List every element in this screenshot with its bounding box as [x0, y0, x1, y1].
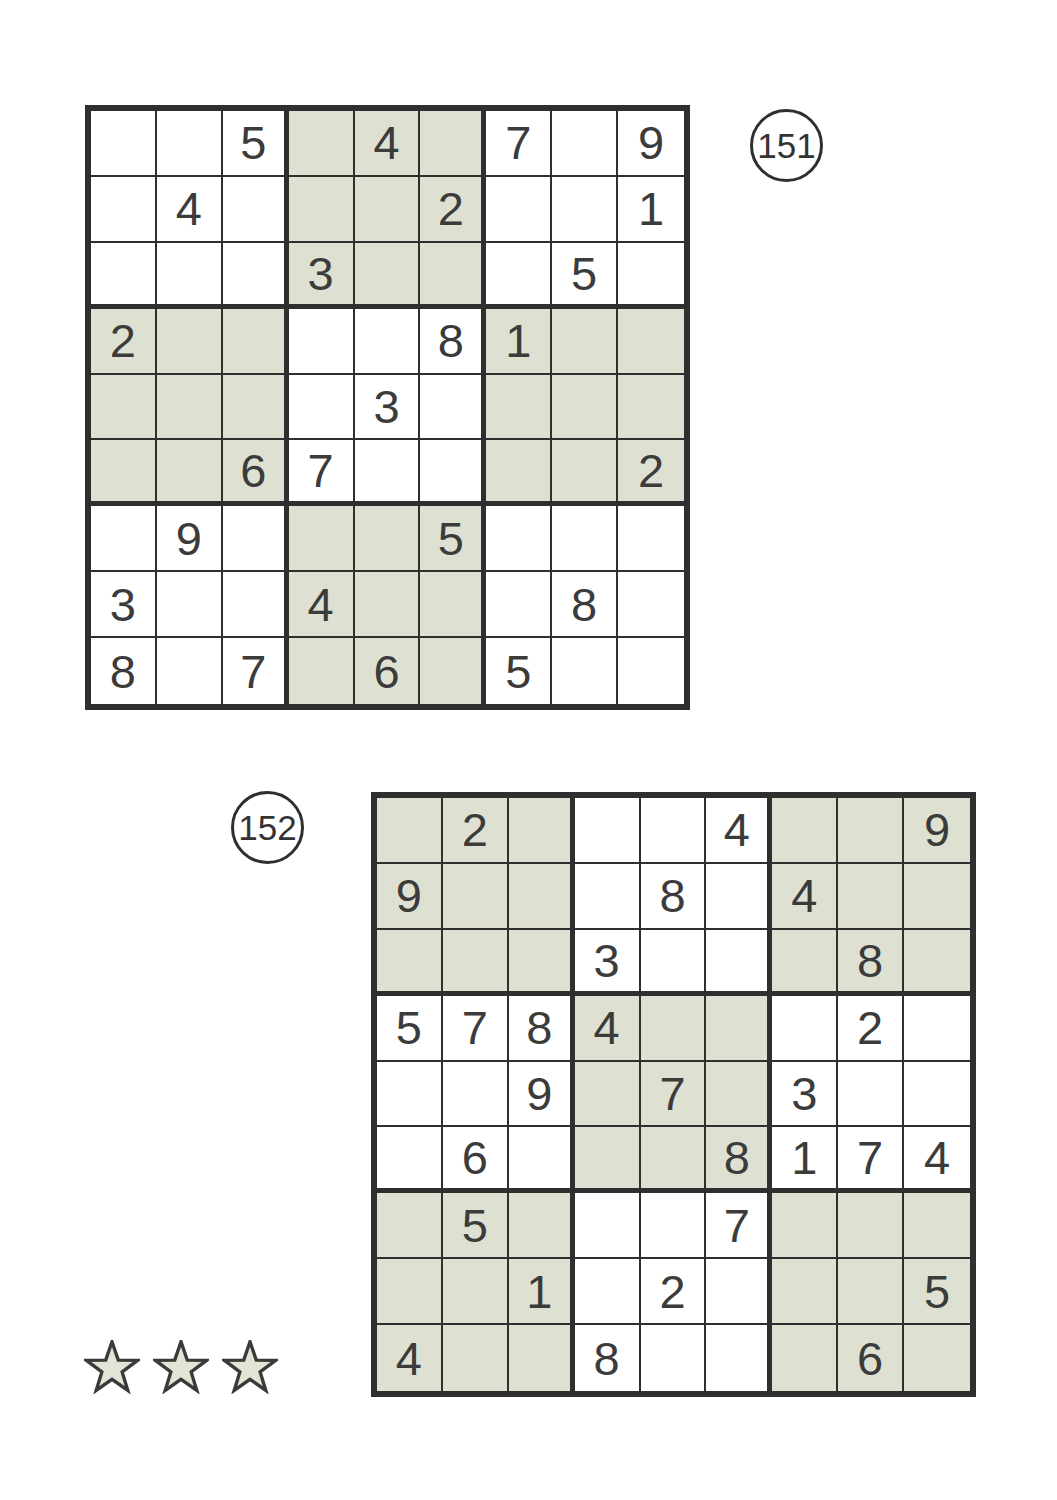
puzzle-151-cell-r8c9[interactable]	[618, 572, 684, 638]
puzzle-152-cell-r4c3: 8	[509, 996, 575, 1062]
puzzle-152-cell-r7c2: 5	[443, 1193, 509, 1259]
puzzle-152-cell-r6c9: 4	[904, 1127, 970, 1193]
puzzle-152-cell-r8c4[interactable]	[575, 1259, 641, 1325]
puzzle-151-cell-r7c6: 5	[420, 506, 486, 572]
puzzle-152-cell-r2c3[interactable]	[509, 864, 575, 930]
puzzle-152-cell-r9c2[interactable]	[443, 1325, 509, 1391]
puzzle-151-cell-r3c3[interactable]	[223, 243, 289, 309]
puzzle-number-badge-151: 151	[750, 109, 823, 182]
puzzle-152-cell-r9c1: 4	[377, 1325, 443, 1391]
puzzle-151-cell-r3c2[interactable]	[157, 243, 223, 309]
puzzle-152-cell-r5c7: 3	[772, 1062, 838, 1128]
puzzle-151-cell-r9c3: 7	[223, 638, 289, 704]
puzzle-152-cell-r8c9: 5	[904, 1259, 970, 1325]
puzzle-151-cell-r5c8[interactable]	[552, 375, 618, 441]
puzzle-151-cell-r8c8: 8	[552, 572, 618, 638]
puzzle-152-cell-r5c4[interactable]	[575, 1062, 641, 1128]
puzzle-151-cell-r5c3[interactable]	[223, 375, 289, 441]
puzzle-151-cell-r7c3[interactable]	[223, 506, 289, 572]
puzzle-number-152: 152	[238, 808, 296, 848]
puzzle-152-cell-r8c2[interactable]	[443, 1259, 509, 1325]
puzzle-151-cell-r3c1[interactable]	[91, 243, 157, 309]
puzzle-152-cell-r3c2[interactable]	[443, 930, 509, 996]
puzzle-151-cell-r9c6[interactable]	[420, 638, 486, 704]
puzzle-151-cell-r5c9[interactable]	[618, 375, 684, 441]
puzzle-151-cell-r5c4[interactable]	[289, 375, 355, 441]
puzzle-152-cell-r9c9[interactable]	[904, 1325, 970, 1391]
puzzle-152-cell-r7c3[interactable]	[509, 1193, 575, 1259]
puzzle-151-cell-r8c7[interactable]	[486, 572, 552, 638]
puzzle-151-cell-r5c7[interactable]	[486, 375, 552, 441]
puzzle-151-cell-r2c6: 2	[420, 177, 486, 243]
puzzle-152-cell-r3c7[interactable]	[772, 930, 838, 996]
puzzle-152-cell-r9c4: 8	[575, 1325, 641, 1391]
puzzle-151-cell-r1c6[interactable]	[420, 111, 486, 177]
puzzle-152-cell-r2c5: 8	[641, 864, 707, 930]
puzzle-152-cell-r6c3[interactable]	[509, 1127, 575, 1193]
puzzle-151-cell-r3c5[interactable]	[355, 243, 421, 309]
puzzle-152-cell-r7c5[interactable]	[641, 1193, 707, 1259]
puzzle-151-cell-r8c5[interactable]	[355, 572, 421, 638]
puzzle-151-cell-r4c6: 8	[420, 309, 486, 375]
puzzle-151-cell-r2c9: 1	[618, 177, 684, 243]
puzzle-152-cell-r1c7[interactable]	[772, 798, 838, 864]
puzzle-151-cell-r6c8[interactable]	[552, 440, 618, 506]
puzzle-152-cell-r4c1: 5	[377, 996, 443, 1062]
puzzle-152-cell-r4c7[interactable]	[772, 996, 838, 1062]
puzzle-152-cell-r1c3[interactable]	[509, 798, 575, 864]
puzzle-152-cell-r6c2: 6	[443, 1127, 509, 1193]
puzzle-151-cell-r2c1[interactable]	[91, 177, 157, 243]
star-icon	[222, 1340, 278, 1394]
puzzle-152-cell-r1c5[interactable]	[641, 798, 707, 864]
puzzle-151-cell-r8c1: 3	[91, 572, 157, 638]
puzzle-151-cell-r4c2[interactable]	[157, 309, 223, 375]
puzzle-152-cell-r6c8: 7	[838, 1127, 904, 1193]
puzzle-152-cell-r7c7[interactable]	[772, 1193, 838, 1259]
puzzle-151-cell-r1c7: 7	[486, 111, 552, 177]
puzzle-152-cell-r9c5[interactable]	[641, 1325, 707, 1391]
puzzle-151-cell-r7c8[interactable]	[552, 506, 618, 572]
puzzle-152-cell-r6c6: 8	[706, 1127, 772, 1193]
puzzle-152-cell-r8c1[interactable]	[377, 1259, 443, 1325]
puzzle-151-cell-r8c3[interactable]	[223, 572, 289, 638]
star-icon	[153, 1340, 209, 1394]
puzzle-151-cell-r5c2[interactable]	[157, 375, 223, 441]
puzzle-152-cell-r1c6: 4	[706, 798, 772, 864]
puzzle-151-cell-r4c1: 2	[91, 309, 157, 375]
puzzle-151-cell-r9c1: 8	[91, 638, 157, 704]
puzzle-151-cell-r6c4: 7	[289, 440, 355, 506]
puzzle-151-cell-r6c6[interactable]	[420, 440, 486, 506]
puzzle-152-cell-r7c8[interactable]	[838, 1193, 904, 1259]
sudoku-board-152: 24998438578429736817457125486	[371, 792, 976, 1397]
puzzle-151-cell-r4c4[interactable]	[289, 309, 355, 375]
puzzle-151-cell-r2c4[interactable]	[289, 177, 355, 243]
puzzle-152-cell-r8c3: 1	[509, 1259, 575, 1325]
puzzle-151-cell-r6c3: 6	[223, 440, 289, 506]
puzzle-152-cell-r9c8: 6	[838, 1325, 904, 1391]
puzzle-151-cell-r4c8[interactable]	[552, 309, 618, 375]
puzzle-152-cell-r2c7: 4	[772, 864, 838, 930]
puzzle-152-cell-r6c4[interactable]	[575, 1127, 641, 1193]
puzzle-152-cell-r4c2: 7	[443, 996, 509, 1062]
puzzle-152-cell-r3c1[interactable]	[377, 930, 443, 996]
puzzle-151-cell-r6c1[interactable]	[91, 440, 157, 506]
puzzle-152-cell-r2c9[interactable]	[904, 864, 970, 930]
puzzle-152-cell-r4c9[interactable]	[904, 996, 970, 1062]
puzzle-152-cell-r8c5: 2	[641, 1259, 707, 1325]
puzzle-151-cell-r1c2[interactable]	[157, 111, 223, 177]
puzzle-152-cell-r1c8[interactable]	[838, 798, 904, 864]
puzzle-152-cell-r3c3[interactable]	[509, 930, 575, 996]
star-icon	[84, 1340, 140, 1394]
puzzle-152-cell-r8c6[interactable]	[706, 1259, 772, 1325]
puzzle-151-cell-r8c6[interactable]	[420, 572, 486, 638]
puzzle-152-cell-r3c4: 3	[575, 930, 641, 996]
puzzle-151-cell-r2c5[interactable]	[355, 177, 421, 243]
puzzle-151-cell-r9c9[interactable]	[618, 638, 684, 704]
puzzle-152-cell-r6c5[interactable]	[641, 1127, 707, 1193]
puzzle-151-cell-r3c8: 5	[552, 243, 618, 309]
puzzle-152-cell-r5c2[interactable]	[443, 1062, 509, 1128]
puzzle-151-cell-r2c3[interactable]	[223, 177, 289, 243]
puzzle-151-cell-r9c5: 6	[355, 638, 421, 704]
puzzle-151-cell-r5c5: 3	[355, 375, 421, 441]
puzzle-152-cell-r2c1: 9	[377, 864, 443, 930]
puzzle-152-cell-r3c8: 8	[838, 930, 904, 996]
puzzle-151-cell-r7c4[interactable]	[289, 506, 355, 572]
puzzle-152-cell-r7c4[interactable]	[575, 1193, 641, 1259]
puzzle-151-cell-r3c6[interactable]	[420, 243, 486, 309]
puzzle-152-cell-r5c9[interactable]	[904, 1062, 970, 1128]
puzzle-151-cell-r4c9[interactable]	[618, 309, 684, 375]
puzzle-number-151: 151	[757, 126, 815, 166]
puzzle-151-cell-r5c6[interactable]	[420, 375, 486, 441]
puzzle-152-cell-r2c8[interactable]	[838, 864, 904, 930]
puzzle-151-cell-r1c9: 9	[618, 111, 684, 177]
puzzle-151-cell-r8c4: 4	[289, 572, 355, 638]
puzzle-152-cell-r7c1[interactable]	[377, 1193, 443, 1259]
puzzle-151-cell-r2c2: 4	[157, 177, 223, 243]
puzzle-152-cell-r1c1[interactable]	[377, 798, 443, 864]
puzzle-152-cell-r5c3: 9	[509, 1062, 575, 1128]
puzzle-152-cell-r4c6[interactable]	[706, 996, 772, 1062]
puzzle-152-cell-r3c6[interactable]	[706, 930, 772, 996]
puzzle-151-cell-r1c8[interactable]	[552, 111, 618, 177]
puzzle-152-cell-r6c7: 1	[772, 1127, 838, 1193]
puzzle-152-cell-r2c4[interactable]	[575, 864, 641, 930]
puzzle-151-cell-r9c4[interactable]	[289, 638, 355, 704]
puzzle-151-cell-r9c2[interactable]	[157, 638, 223, 704]
puzzle-151-cell-r9c8[interactable]	[552, 638, 618, 704]
puzzle-152-cell-r2c2[interactable]	[443, 864, 509, 930]
puzzle-151-cell-r2c8[interactable]	[552, 177, 618, 243]
puzzle-151-cell-r7c2: 9	[157, 506, 223, 572]
puzzle-152-cell-r8c7[interactable]	[772, 1259, 838, 1325]
difficulty-rating	[84, 1340, 278, 1394]
puzzle-151-cell-r1c3: 5	[223, 111, 289, 177]
puzzle-151-cell-r7c9[interactable]	[618, 506, 684, 572]
puzzle-151-cell-r2c7[interactable]	[486, 177, 552, 243]
puzzle-152-cell-r4c8: 2	[838, 996, 904, 1062]
puzzle-151-cell-r8c2[interactable]	[157, 572, 223, 638]
puzzle-152-cell-r7c6: 7	[706, 1193, 772, 1259]
puzzle-151-cell-r4c7: 1	[486, 309, 552, 375]
puzzle-152-cell-r9c3[interactable]	[509, 1325, 575, 1391]
puzzle-151-cell-r9c7: 5	[486, 638, 552, 704]
sudoku-board-151: 5479421352813672953488765	[85, 105, 690, 710]
puzzle-152-cell-r3c9[interactable]	[904, 930, 970, 996]
puzzle-152-cell-r5c8[interactable]	[838, 1062, 904, 1128]
puzzle-152-cell-r9c7[interactable]	[772, 1325, 838, 1391]
puzzle-151-cell-r4c3[interactable]	[223, 309, 289, 375]
puzzle-151-cell-r5c1[interactable]	[91, 375, 157, 441]
puzzle-151-cell-r7c5[interactable]	[355, 506, 421, 572]
puzzle-152-cell-r1c4[interactable]	[575, 798, 641, 864]
puzzle-152-cell-r7c9[interactable]	[904, 1193, 970, 1259]
puzzle-152-cell-r4c5[interactable]	[641, 996, 707, 1062]
puzzle-152-cell-r5c1[interactable]	[377, 1062, 443, 1128]
puzzle-152-cell-r8c8[interactable]	[838, 1259, 904, 1325]
puzzle-151-cell-r3c7[interactable]	[486, 243, 552, 309]
puzzle-151-cell-r1c1[interactable]	[91, 111, 157, 177]
puzzle-152-cell-r5c5: 7	[641, 1062, 707, 1128]
puzzle-152-cell-r3c5[interactable]	[641, 930, 707, 996]
puzzle-151-cell-r1c4[interactable]	[289, 111, 355, 177]
puzzle-152-cell-r9c6[interactable]	[706, 1325, 772, 1391]
puzzle-151-cell-r6c5[interactable]	[355, 440, 421, 506]
puzzle-number-badge-152: 152	[231, 791, 304, 864]
puzzle-152-cell-r6c1[interactable]	[377, 1127, 443, 1193]
puzzle-151-cell-r6c2[interactable]	[157, 440, 223, 506]
puzzle-152-cell-r5c6[interactable]	[706, 1062, 772, 1128]
puzzle-152-cell-r1c9: 9	[904, 798, 970, 864]
puzzle-151-cell-r6c7[interactable]	[486, 440, 552, 506]
puzzle-151-cell-r3c4: 3	[289, 243, 355, 309]
puzzle-152-cell-r1c2: 2	[443, 798, 509, 864]
puzzle-151-cell-r4c5[interactable]	[355, 309, 421, 375]
puzzle-151-cell-r7c7[interactable]	[486, 506, 552, 572]
puzzle-152-cell-r4c4: 4	[575, 996, 641, 1062]
puzzle-152-cell-r2c6[interactable]	[706, 864, 772, 930]
puzzle-151-cell-r7c1[interactable]	[91, 506, 157, 572]
puzzle-151-cell-r3c9[interactable]	[618, 243, 684, 309]
puzzle-151-cell-r1c5: 4	[355, 111, 421, 177]
puzzle-151-cell-r6c9: 2	[618, 440, 684, 506]
